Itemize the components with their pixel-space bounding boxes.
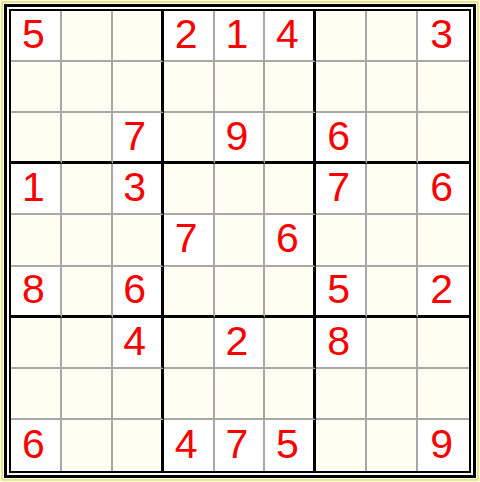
cell-r4c4[interactable] xyxy=(164,164,215,215)
cell-r8c3[interactable] xyxy=(113,369,164,420)
cell-r3c9[interactable] xyxy=(418,113,469,164)
cell-r1c6: 4 xyxy=(265,11,316,62)
cell-r1c1: 5 xyxy=(11,11,62,62)
given-digit: 6 xyxy=(327,116,350,157)
cell-r6c1: 8 xyxy=(11,267,62,318)
cell-r7c7: 8 xyxy=(316,318,367,369)
cell-r5c5[interactable] xyxy=(215,215,266,266)
given-digit: 3 xyxy=(430,14,453,55)
given-digit: 9 xyxy=(430,424,453,465)
cell-r5c3[interactable] xyxy=(113,215,164,266)
given-digit: 4 xyxy=(175,424,198,465)
cell-r1c5: 1 xyxy=(215,11,266,62)
cell-r1c7[interactable] xyxy=(316,11,367,62)
cell-r3c8[interactable] xyxy=(367,113,418,164)
cell-r7c4[interactable] xyxy=(164,318,215,369)
cell-r6c2[interactable] xyxy=(62,267,113,318)
cell-r2c4[interactable] xyxy=(164,62,215,113)
given-digit: 2 xyxy=(175,14,198,55)
cell-r2c9[interactable] xyxy=(418,62,469,113)
outer-black-frame: 52143796137676865242864759 xyxy=(4,4,476,478)
given-digit: 6 xyxy=(276,218,299,259)
cell-r8c1[interactable] xyxy=(11,369,62,420)
given-digit: 7 xyxy=(226,424,249,465)
cell-r9c9: 9 xyxy=(418,420,469,471)
cell-r3c5: 9 xyxy=(215,113,266,164)
cell-r5c7[interactable] xyxy=(316,215,367,266)
cell-r2c8[interactable] xyxy=(367,62,418,113)
cell-r3c3: 7 xyxy=(113,113,164,164)
cell-r7c8[interactable] xyxy=(367,318,418,369)
cell-r7c6[interactable] xyxy=(265,318,316,369)
outer-yellow-frame: 52143796137676865242864759 xyxy=(1,1,479,481)
cell-r9c8[interactable] xyxy=(367,420,418,471)
given-digit: 6 xyxy=(22,424,45,465)
given-digit: 4 xyxy=(123,321,146,362)
cell-r6c4[interactable] xyxy=(164,267,215,318)
cell-r2c6[interactable] xyxy=(265,62,316,113)
cell-r3c4[interactable] xyxy=(164,113,215,164)
cell-r6c3: 6 xyxy=(113,267,164,318)
cell-r1c8[interactable] xyxy=(367,11,418,62)
cell-r4c7: 7 xyxy=(316,164,367,215)
cell-r1c3[interactable] xyxy=(113,11,164,62)
cell-r5c2[interactable] xyxy=(62,215,113,266)
cell-r5c8[interactable] xyxy=(367,215,418,266)
given-digit: 7 xyxy=(123,116,146,157)
cell-r5c1[interactable] xyxy=(11,215,62,266)
cell-r6c9: 2 xyxy=(418,267,469,318)
cell-r8c2[interactable] xyxy=(62,369,113,420)
cell-r7c3: 4 xyxy=(113,318,164,369)
cell-r8c4[interactable] xyxy=(164,369,215,420)
cell-r9c1: 6 xyxy=(11,420,62,471)
cell-r8c5[interactable] xyxy=(215,369,266,420)
cell-r9c6: 5 xyxy=(265,420,316,471)
cell-r9c2[interactable] xyxy=(62,420,113,471)
given-digit: 1 xyxy=(226,14,249,55)
cell-r4c6[interactable] xyxy=(265,164,316,215)
given-digit: 8 xyxy=(327,321,350,362)
given-digit: 9 xyxy=(226,116,249,157)
cell-r1c4: 2 xyxy=(164,11,215,62)
cell-r4c3: 3 xyxy=(113,164,164,215)
inner-black-frame: 52143796137676865242864759 xyxy=(9,9,471,473)
given-digit: 4 xyxy=(276,14,299,55)
cell-r5c6: 6 xyxy=(265,215,316,266)
cell-r4c8[interactable] xyxy=(367,164,418,215)
cell-r2c5[interactable] xyxy=(215,62,266,113)
cell-r2c2[interactable] xyxy=(62,62,113,113)
cell-r7c1[interactable] xyxy=(11,318,62,369)
given-digit: 6 xyxy=(123,269,146,310)
cell-r9c3[interactable] xyxy=(113,420,164,471)
cell-r1c9: 3 xyxy=(418,11,469,62)
cell-r6c5[interactable] xyxy=(215,267,266,318)
cell-r8c6[interactable] xyxy=(265,369,316,420)
given-digit: 7 xyxy=(175,218,198,259)
cell-r3c2[interactable] xyxy=(62,113,113,164)
cell-r2c7[interactable] xyxy=(316,62,367,113)
given-digit: 6 xyxy=(430,167,453,208)
cell-r5c9[interactable] xyxy=(418,215,469,266)
given-digit: 2 xyxy=(226,321,249,362)
cell-r4c2[interactable] xyxy=(62,164,113,215)
given-digit: 7 xyxy=(327,167,350,208)
cell-r7c5: 2 xyxy=(215,318,266,369)
cell-r2c1[interactable] xyxy=(11,62,62,113)
cell-r5c4: 7 xyxy=(164,215,215,266)
cell-r9c7[interactable] xyxy=(316,420,367,471)
cell-r1c2[interactable] xyxy=(62,11,113,62)
cell-r7c9[interactable] xyxy=(418,318,469,369)
cell-r4c1: 1 xyxy=(11,164,62,215)
cell-r8c7[interactable] xyxy=(316,369,367,420)
sudoku-board: 52143796137676865242864759 xyxy=(0,0,480,482)
given-digit: 3 xyxy=(123,167,146,208)
given-digit: 5 xyxy=(22,14,45,55)
cell-r7c2[interactable] xyxy=(62,318,113,369)
cell-r2c3[interactable] xyxy=(113,62,164,113)
cell-r6c7: 5 xyxy=(316,267,367,318)
cell-r6c8[interactable] xyxy=(367,267,418,318)
cell-r8c9[interactable] xyxy=(418,369,469,420)
cell-r6c6[interactable] xyxy=(265,267,316,318)
given-digit: 2 xyxy=(430,269,453,310)
cell-r9c4: 4 xyxy=(164,420,215,471)
sudoku-grid: 52143796137676865242864759 xyxy=(11,11,469,471)
cell-r4c5[interactable] xyxy=(215,164,266,215)
cell-r8c8[interactable] xyxy=(367,369,418,420)
cell-r3c1[interactable] xyxy=(11,113,62,164)
given-digit: 1 xyxy=(22,167,45,208)
cell-r3c6[interactable] xyxy=(265,113,316,164)
cell-r9c5: 7 xyxy=(215,420,266,471)
given-digit: 5 xyxy=(327,269,350,310)
cell-r4c9: 6 xyxy=(418,164,469,215)
cell-r3c7: 6 xyxy=(316,113,367,164)
given-digit: 8 xyxy=(22,269,45,310)
given-digit: 5 xyxy=(276,424,299,465)
